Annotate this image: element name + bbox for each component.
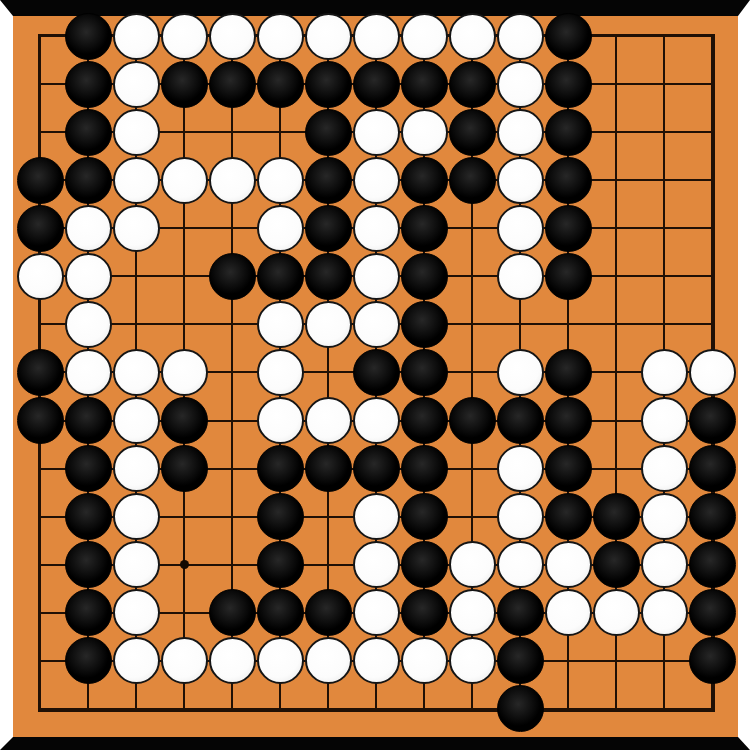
stone-white[interactable] [497,253,544,300]
stone-black[interactable] [353,445,400,492]
stone-white[interactable] [113,109,160,156]
stone-black[interactable] [545,61,592,108]
stone-white[interactable] [209,157,256,204]
stone-black[interactable] [353,61,400,108]
stone-white[interactable] [257,157,304,204]
stone-black[interactable] [689,445,736,492]
stone-white[interactable] [113,637,160,684]
stone-white[interactable] [641,589,688,636]
stone-white[interactable] [113,541,160,588]
stone-white[interactable] [353,301,400,348]
stone-black[interactable] [17,157,64,204]
stone-white[interactable] [449,637,496,684]
stone-white[interactable] [497,13,544,60]
stone-black[interactable] [545,397,592,444]
stone-white[interactable] [497,445,544,492]
stone-white[interactable] [353,13,400,60]
stone-black[interactable] [257,253,304,300]
stone-white[interactable] [641,397,688,444]
stone-white[interactable] [449,13,496,60]
stone-white[interactable] [689,349,736,396]
stone-white[interactable] [641,445,688,492]
stone-white[interactable] [161,13,208,60]
stone-white[interactable] [113,589,160,636]
stone-white[interactable] [545,589,592,636]
stone-white[interactable] [641,541,688,588]
stone-black[interactable] [401,205,448,252]
stone-black[interactable] [161,397,208,444]
stone-white[interactable] [497,493,544,540]
star-point [180,560,189,569]
stone-black[interactable] [65,445,112,492]
stone-white[interactable] [161,349,208,396]
stone-white[interactable] [353,253,400,300]
stone-black[interactable] [65,541,112,588]
stone-white[interactable] [113,397,160,444]
stone-white[interactable] [209,637,256,684]
stone-black[interactable] [65,61,112,108]
stone-black[interactable] [689,541,736,588]
stone-white[interactable] [353,589,400,636]
stone-black[interactable] [257,541,304,588]
stone-white[interactable] [497,61,544,108]
stone-black[interactable] [545,445,592,492]
stone-white[interactable] [641,349,688,396]
stone-white[interactable] [353,637,400,684]
stone-black[interactable] [65,493,112,540]
stone-black[interactable] [401,493,448,540]
stone-black[interactable] [449,109,496,156]
go-app-window [0,0,750,750]
stone-white[interactable] [161,637,208,684]
stone-white[interactable] [593,589,640,636]
stone-black[interactable] [401,253,448,300]
stone-black[interactable] [401,349,448,396]
stone-black[interactable] [209,61,256,108]
stone-black[interactable] [305,157,352,204]
stone-black[interactable] [545,493,592,540]
stone-white[interactable] [305,13,352,60]
stone-white[interactable] [65,301,112,348]
stone-white[interactable] [497,157,544,204]
stone-black[interactable] [257,493,304,540]
stone-black[interactable] [17,397,64,444]
stone-black[interactable] [545,109,592,156]
stone-white[interactable] [65,253,112,300]
stone-black[interactable] [65,109,112,156]
stone-black[interactable] [257,589,304,636]
stone-white[interactable] [497,205,544,252]
stone-white[interactable] [113,157,160,204]
stone-black[interactable] [17,205,64,252]
stone-black[interactable] [449,397,496,444]
stone-white[interactable] [401,109,448,156]
stone-black[interactable] [401,541,448,588]
stone-white[interactable] [257,397,304,444]
stone-white[interactable] [113,445,160,492]
stone-white[interactable] [449,541,496,588]
stone-white[interactable] [257,301,304,348]
stone-black[interactable] [545,349,592,396]
stone-white[interactable] [497,349,544,396]
stone-black[interactable] [497,685,544,732]
stone-black[interactable] [593,541,640,588]
stone-black[interactable] [689,637,736,684]
stone-white[interactable] [113,349,160,396]
stone-black[interactable] [305,61,352,108]
stone-black[interactable] [353,349,400,396]
stone-white[interactable] [545,541,592,588]
stone-black[interactable] [689,589,736,636]
stone-white[interactable] [17,253,64,300]
stone-white[interactable] [161,157,208,204]
stone-black[interactable] [65,13,112,60]
stone-black[interactable] [17,349,64,396]
stone-black[interactable] [689,397,736,444]
stone-white[interactable] [353,157,400,204]
stone-black[interactable] [257,445,304,492]
stone-black[interactable] [305,589,352,636]
stone-black[interactable] [257,61,304,108]
stone-black[interactable] [65,397,112,444]
stone-black[interactable] [497,397,544,444]
stone-white[interactable] [305,637,352,684]
stone-white[interactable] [497,541,544,588]
stone-black[interactable] [449,61,496,108]
stone-black[interactable] [401,397,448,444]
stone-white[interactable] [113,13,160,60]
stone-black[interactable] [305,205,352,252]
stone-white[interactable] [65,205,112,252]
stone-white[interactable] [257,349,304,396]
stone-black[interactable] [401,445,448,492]
stone-black[interactable] [305,253,352,300]
stone-white[interactable] [257,205,304,252]
stone-white[interactable] [113,205,160,252]
stone-black[interactable] [689,493,736,540]
stone-black[interactable] [545,13,592,60]
stone-black[interactable] [161,61,208,108]
stone-black[interactable] [65,157,112,204]
stone-black[interactable] [545,253,592,300]
stone-white[interactable] [353,397,400,444]
stone-white[interactable] [257,13,304,60]
stone-white[interactable] [353,109,400,156]
stone-black[interactable] [65,589,112,636]
stone-white[interactable] [305,397,352,444]
stone-black[interactable] [209,589,256,636]
stone-black[interactable] [209,253,256,300]
stone-white[interactable] [305,301,352,348]
stone-white[interactable] [353,541,400,588]
stone-black[interactable] [497,637,544,684]
stone-black[interactable] [401,61,448,108]
stone-black[interactable] [305,109,352,156]
stone-white[interactable] [209,13,256,60]
stone-white[interactable] [401,637,448,684]
stone-black[interactable] [401,301,448,348]
stone-black[interactable] [401,157,448,204]
stone-white[interactable] [401,13,448,60]
stone-black[interactable] [545,205,592,252]
stone-white[interactable] [353,205,400,252]
stone-white[interactable] [113,493,160,540]
stone-black[interactable] [401,589,448,636]
stone-black[interactable] [497,589,544,636]
stone-black[interactable] [305,445,352,492]
stone-black[interactable] [161,445,208,492]
stone-white[interactable] [65,349,112,396]
stone-black[interactable] [449,157,496,204]
stone-white[interactable] [353,493,400,540]
stone-black[interactable] [593,493,640,540]
go-board[interactable] [0,0,750,750]
stone-black[interactable] [65,637,112,684]
stone-white[interactable] [449,589,496,636]
stone-white[interactable] [641,493,688,540]
stone-white[interactable] [497,109,544,156]
stone-black[interactable] [545,157,592,204]
stone-white[interactable] [113,61,160,108]
stone-white[interactable] [257,637,304,684]
